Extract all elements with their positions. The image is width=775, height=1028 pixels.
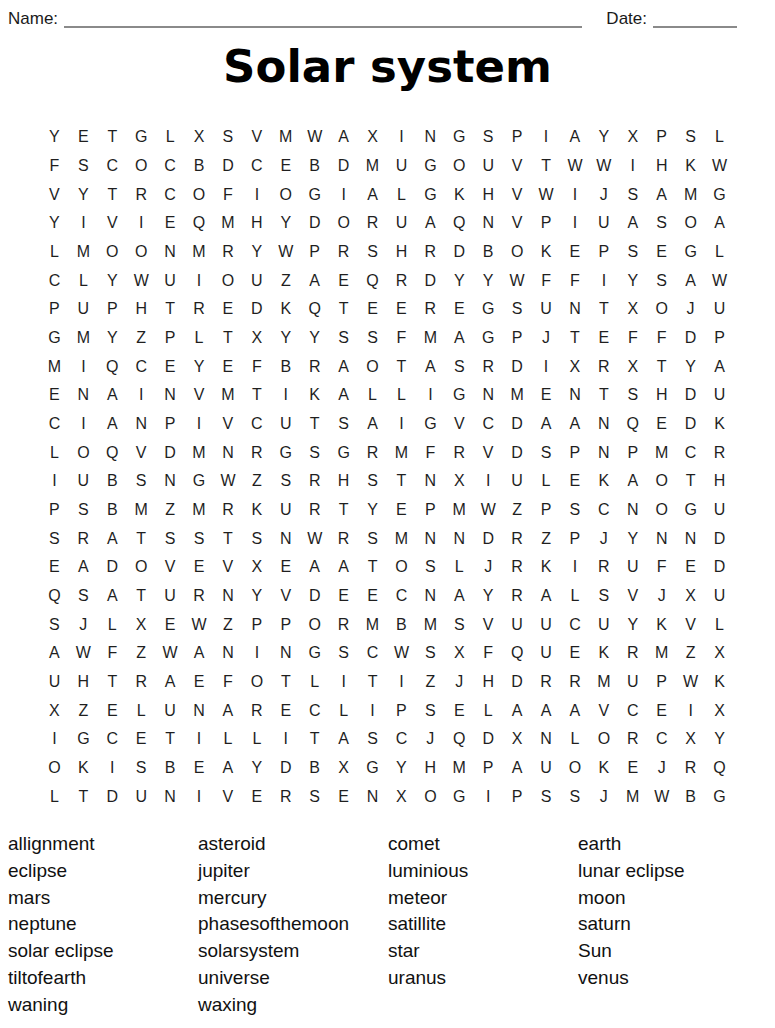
grid-cell-r14c12[interactable]: Y: [358, 496, 387, 525]
grid-cell-r17c8[interactable]: Y: [242, 582, 271, 611]
grid-cell-r22c20[interactable]: O: [589, 725, 618, 754]
grid-cell-r1c8[interactable]: V: [242, 123, 271, 152]
grid-cell-r15c18[interactable]: Z: [532, 524, 561, 553]
grid-cell-r24c8[interactable]: E: [242, 782, 271, 811]
grid-cell-r23c1[interactable]: O: [40, 754, 69, 783]
grid-cell-r6c5[interactable]: U: [156, 266, 185, 295]
grid-cell-r16c8[interactable]: X: [242, 553, 271, 582]
grid-cell-r22c24[interactable]: Y: [705, 725, 734, 754]
grid-cell-r21c24[interactable]: X: [705, 696, 734, 725]
grid-cell-r18c1[interactable]: S: [40, 610, 69, 639]
grid-cell-r10c13[interactable]: L: [387, 381, 416, 410]
grid-cell-r11c4[interactable]: N: [127, 410, 156, 439]
grid-cell-r13c5[interactable]: N: [156, 467, 185, 496]
grid-cell-r3c3[interactable]: T: [98, 180, 127, 209]
grid-cell-r10c23[interactable]: D: [676, 381, 705, 410]
grid-cell-r14c20[interactable]: C: [589, 496, 618, 525]
grid-cell-r24c18[interactable]: S: [532, 782, 561, 811]
grid-cell-r16c18[interactable]: K: [532, 553, 561, 582]
grid-cell-r6c13[interactable]: R: [387, 266, 416, 295]
grid-cell-r13c7[interactable]: W: [213, 467, 242, 496]
grid-cell-r9c14[interactable]: A: [416, 352, 445, 381]
grid-cell-r8c3[interactable]: Y: [98, 324, 127, 353]
grid-cell-r12c14[interactable]: F: [416, 438, 445, 467]
grid-cell-r17c11[interactable]: E: [329, 582, 358, 611]
grid-cell-r3c10[interactable]: G: [300, 180, 329, 209]
grid-cell-r3c19[interactable]: I: [560, 180, 589, 209]
grid-cell-r10c16[interactable]: N: [474, 381, 503, 410]
grid-cell-r18c20[interactable]: U: [589, 610, 618, 639]
grid-cell-r5c16[interactable]: B: [474, 238, 503, 267]
grid-cell-r5c13[interactable]: H: [387, 238, 416, 267]
grid-cell-r23c5[interactable]: B: [156, 754, 185, 783]
grid-cell-r6c20[interactable]: I: [589, 266, 618, 295]
grid-cell-r18c4[interactable]: X: [127, 610, 156, 639]
grid-cell-r4c13[interactable]: U: [387, 209, 416, 238]
grid-cell-r24c23[interactable]: B: [676, 782, 705, 811]
grid-cell-r12c1[interactable]: L: [40, 438, 69, 467]
grid-cell-r13c6[interactable]: G: [185, 467, 214, 496]
grid-cell-r17c17[interactable]: R: [503, 582, 532, 611]
grid-cell-r23c9[interactable]: D: [271, 754, 300, 783]
grid-cell-r3c16[interactable]: H: [474, 180, 503, 209]
grid-cell-r16c15[interactable]: L: [445, 553, 474, 582]
grid-cell-r13c16[interactable]: I: [474, 467, 503, 496]
grid-cell-r3c12[interactable]: A: [358, 180, 387, 209]
grid-cell-r4c2[interactable]: I: [69, 209, 98, 238]
grid-cell-r14c11[interactable]: T: [329, 496, 358, 525]
grid-cell-r10c10[interactable]: K: [300, 381, 329, 410]
grid-cell-r17c3[interactable]: A: [98, 582, 127, 611]
grid-cell-r19c5[interactable]: W: [156, 639, 185, 668]
grid-cell-r10c11[interactable]: A: [329, 381, 358, 410]
grid-cell-r14c15[interactable]: M: [445, 496, 474, 525]
grid-cell-r19c2[interactable]: W: [69, 639, 98, 668]
grid-cell-r10c20[interactable]: T: [589, 381, 618, 410]
grid-cell-r4c5[interactable]: E: [156, 209, 185, 238]
grid-cell-r1c2[interactable]: E: [69, 123, 98, 152]
grid-cell-r11c18[interactable]: A: [532, 410, 561, 439]
grid-cell-r4c17[interactable]: V: [503, 209, 532, 238]
grid-cell-r7c24[interactable]: U: [705, 295, 734, 324]
grid-cell-r13c3[interactable]: B: [98, 467, 127, 496]
grid-cell-r18c21[interactable]: Y: [618, 610, 647, 639]
grid-cell-r16c19[interactable]: I: [560, 553, 589, 582]
grid-cell-r12c18[interactable]: S: [532, 438, 561, 467]
grid-cell-r14c6[interactable]: M: [185, 496, 214, 525]
grid-cell-r17c5[interactable]: U: [156, 582, 185, 611]
grid-cell-r20c21[interactable]: U: [618, 668, 647, 697]
grid-cell-r11c5[interactable]: P: [156, 410, 185, 439]
grid-cell-r12c3[interactable]: Q: [98, 438, 127, 467]
grid-cell-r5c7[interactable]: R: [213, 238, 242, 267]
grid-cell-r13c13[interactable]: T: [387, 467, 416, 496]
grid-cell-r21c17[interactable]: A: [503, 696, 532, 725]
grid-cell-r5c20[interactable]: P: [589, 238, 618, 267]
grid-cell-r22c17[interactable]: X: [503, 725, 532, 754]
grid-cell-r18c13[interactable]: B: [387, 610, 416, 639]
grid-cell-r19c22[interactable]: M: [647, 639, 676, 668]
grid-cell-r24c5[interactable]: N: [156, 782, 185, 811]
grid-cell-r1c17[interactable]: P: [503, 123, 532, 152]
grid-cell-r21c15[interactable]: E: [445, 696, 474, 725]
grid-cell-r4c22[interactable]: S: [647, 209, 676, 238]
grid-cell-r1c3[interactable]: T: [98, 123, 127, 152]
grid-cell-r12c12[interactable]: R: [358, 438, 387, 467]
grid-cell-r17c18[interactable]: A: [532, 582, 561, 611]
grid-cell-r20c11[interactable]: I: [329, 668, 358, 697]
grid-cell-r9c7[interactable]: E: [213, 352, 242, 381]
grid-cell-r1c23[interactable]: S: [676, 123, 705, 152]
grid-cell-r5c18[interactable]: K: [532, 238, 561, 267]
grid-cell-r15c3[interactable]: A: [98, 524, 127, 553]
grid-cell-r6c16[interactable]: Y: [474, 266, 503, 295]
grid-cell-r3c2[interactable]: Y: [69, 180, 98, 209]
grid-cell-r15c8[interactable]: S: [242, 524, 271, 553]
grid-cell-r7c11[interactable]: T: [329, 295, 358, 324]
grid-cell-r3c15[interactable]: K: [445, 180, 474, 209]
grid-cell-r4c3[interactable]: V: [98, 209, 127, 238]
grid-cell-r20c10[interactable]: L: [300, 668, 329, 697]
grid-cell-r22c1[interactable]: I: [40, 725, 69, 754]
grid-cell-r4c10[interactable]: D: [300, 209, 329, 238]
grid-cell-r24c12[interactable]: N: [358, 782, 387, 811]
grid-cell-r17c1[interactable]: Q: [40, 582, 69, 611]
grid-cell-r2c19[interactable]: W: [560, 152, 589, 181]
grid-cell-r21c6[interactable]: N: [185, 696, 214, 725]
grid-cell-r19c7[interactable]: N: [213, 639, 242, 668]
grid-cell-r12c6[interactable]: M: [185, 438, 214, 467]
name-input-line[interactable]: [64, 8, 582, 28]
grid-cell-r19c16[interactable]: F: [474, 639, 503, 668]
grid-cell-r5c11[interactable]: R: [329, 238, 358, 267]
grid-cell-r16c9[interactable]: E: [271, 553, 300, 582]
grid-cell-r21c11[interactable]: L: [329, 696, 358, 725]
grid-cell-r7c4[interactable]: H: [127, 295, 156, 324]
grid-cell-r18c22[interactable]: K: [647, 610, 676, 639]
grid-cell-r12c20[interactable]: N: [589, 438, 618, 467]
grid-cell-r14c13[interactable]: E: [387, 496, 416, 525]
grid-cell-r6c21[interactable]: Y: [618, 266, 647, 295]
grid-cell-r11c21[interactable]: Q: [618, 410, 647, 439]
grid-cell-r1c21[interactable]: X: [618, 123, 647, 152]
grid-cell-r7c5[interactable]: T: [156, 295, 185, 324]
grid-cell-r6c9[interactable]: Z: [271, 266, 300, 295]
grid-cell-r10c3[interactable]: A: [98, 381, 127, 410]
grid-cell-r22c22[interactable]: C: [647, 725, 676, 754]
grid-cell-r6c23[interactable]: A: [676, 266, 705, 295]
grid-cell-r22c3[interactable]: C: [98, 725, 127, 754]
grid-cell-r17c6[interactable]: R: [185, 582, 214, 611]
grid-cell-r16c22[interactable]: F: [647, 553, 676, 582]
grid-cell-r19c18[interactable]: U: [532, 639, 561, 668]
grid-cell-r21c7[interactable]: A: [213, 696, 242, 725]
grid-cell-r13c20[interactable]: K: [589, 467, 618, 496]
grid-cell-r17c16[interactable]: Y: [474, 582, 503, 611]
grid-cell-r22c16[interactable]: D: [474, 725, 503, 754]
grid-cell-r20c15[interactable]: J: [445, 668, 474, 697]
grid-cell-r16c21[interactable]: U: [618, 553, 647, 582]
grid-cell-r7c13[interactable]: E: [387, 295, 416, 324]
grid-cell-r3c1[interactable]: V: [40, 180, 69, 209]
grid-cell-r2c16[interactable]: U: [474, 152, 503, 181]
grid-cell-r23c23[interactable]: R: [676, 754, 705, 783]
grid-cell-r17c19[interactable]: L: [560, 582, 589, 611]
grid-cell-r24c4[interactable]: U: [127, 782, 156, 811]
grid-cell-r24c3[interactable]: D: [98, 782, 127, 811]
grid-cell-r3c8[interactable]: I: [242, 180, 271, 209]
grid-cell-r4c11[interactable]: O: [329, 209, 358, 238]
grid-cell-r7c8[interactable]: D: [242, 295, 271, 324]
grid-cell-r1c20[interactable]: Y: [589, 123, 618, 152]
grid-cell-r18c16[interactable]: V: [474, 610, 503, 639]
grid-cell-r8c15[interactable]: A: [445, 324, 474, 353]
grid-cell-r20c22[interactable]: P: [647, 668, 676, 697]
grid-cell-r2c11[interactable]: D: [329, 152, 358, 181]
grid-cell-r10c4[interactable]: I: [127, 381, 156, 410]
grid-cell-r5c1[interactable]: L: [40, 238, 69, 267]
grid-cell-r11c14[interactable]: G: [416, 410, 445, 439]
grid-cell-r17c10[interactable]: D: [300, 582, 329, 611]
grid-cell-r4c12[interactable]: R: [358, 209, 387, 238]
grid-cell-r6c6[interactable]: I: [185, 266, 214, 295]
grid-cell-r19c3[interactable]: F: [98, 639, 127, 668]
grid-cell-r7c23[interactable]: J: [676, 295, 705, 324]
grid-cell-r11c19[interactable]: A: [560, 410, 589, 439]
grid-cell-r15c4[interactable]: T: [127, 524, 156, 553]
grid-cell-r5c2[interactable]: M: [69, 238, 98, 267]
grid-cell-r2c23[interactable]: K: [676, 152, 705, 181]
grid-cell-r9c13[interactable]: T: [387, 352, 416, 381]
grid-cell-r24c2[interactable]: T: [69, 782, 98, 811]
grid-cell-r21c5[interactable]: U: [156, 696, 185, 725]
grid-cell-r2c6[interactable]: B: [185, 152, 214, 181]
grid-cell-r23c14[interactable]: H: [416, 754, 445, 783]
grid-cell-r2c20[interactable]: W: [589, 152, 618, 181]
grid-cell-r21c23[interactable]: I: [676, 696, 705, 725]
grid-cell-r13c19[interactable]: E: [560, 467, 589, 496]
date-input-line[interactable]: [653, 8, 737, 28]
grid-cell-r14c7[interactable]: R: [213, 496, 242, 525]
grid-cell-r17c24[interactable]: U: [705, 582, 734, 611]
grid-cell-r9c3[interactable]: Q: [98, 352, 127, 381]
grid-cell-r15c21[interactable]: Y: [618, 524, 647, 553]
grid-cell-r17c7[interactable]: N: [213, 582, 242, 611]
grid-cell-r5c6[interactable]: M: [185, 238, 214, 267]
grid-cell-r11c17[interactable]: D: [503, 410, 532, 439]
grid-cell-r22c15[interactable]: Q: [445, 725, 474, 754]
grid-cell-r6c22[interactable]: S: [647, 266, 676, 295]
grid-cell-r1c10[interactable]: W: [300, 123, 329, 152]
grid-cell-r7c15[interactable]: E: [445, 295, 474, 324]
grid-cell-r18c10[interactable]: O: [300, 610, 329, 639]
grid-cell-r12c16[interactable]: V: [474, 438, 503, 467]
grid-cell-r16c2[interactable]: A: [69, 553, 98, 582]
grid-cell-r5c15[interactable]: D: [445, 238, 474, 267]
grid-cell-r18c15[interactable]: S: [445, 610, 474, 639]
grid-cell-r18c24[interactable]: L: [705, 610, 734, 639]
grid-cell-r10c7[interactable]: M: [213, 381, 242, 410]
grid-cell-r5c4[interactable]: O: [127, 238, 156, 267]
grid-cell-r5c19[interactable]: E: [560, 238, 589, 267]
grid-cell-r23c11[interactable]: X: [329, 754, 358, 783]
grid-cell-r20c14[interactable]: Z: [416, 668, 445, 697]
grid-cell-r13c23[interactable]: T: [676, 467, 705, 496]
grid-cell-r19c24[interactable]: X: [705, 639, 734, 668]
grid-cell-r13c21[interactable]: A: [618, 467, 647, 496]
grid-cell-r1c9[interactable]: M: [271, 123, 300, 152]
grid-cell-r15c7[interactable]: T: [213, 524, 242, 553]
grid-cell-r13c24[interactable]: H: [705, 467, 734, 496]
grid-cell-r4c15[interactable]: Q: [445, 209, 474, 238]
grid-cell-r21c22[interactable]: E: [647, 696, 676, 725]
grid-cell-r11c16[interactable]: C: [474, 410, 503, 439]
grid-cell-r9c21[interactable]: X: [618, 352, 647, 381]
grid-cell-r19c15[interactable]: X: [445, 639, 474, 668]
grid-cell-r24c15[interactable]: G: [445, 782, 474, 811]
grid-cell-r19c13[interactable]: W: [387, 639, 416, 668]
grid-cell-r22c7[interactable]: L: [213, 725, 242, 754]
grid-cell-r22c8[interactable]: L: [242, 725, 271, 754]
grid-cell-r7c9[interactable]: K: [271, 295, 300, 324]
grid-cell-r4c16[interactable]: N: [474, 209, 503, 238]
grid-cell-r7c10[interactable]: Q: [300, 295, 329, 324]
grid-cell-r15c5[interactable]: S: [156, 524, 185, 553]
grid-cell-r9c22[interactable]: T: [647, 352, 676, 381]
grid-cell-r14c2[interactable]: S: [69, 496, 98, 525]
grid-cell-r12c15[interactable]: R: [445, 438, 474, 467]
grid-cell-r2c1[interactable]: F: [40, 152, 69, 181]
grid-cell-r9c6[interactable]: Y: [185, 352, 214, 381]
grid-cell-r22c4[interactable]: E: [127, 725, 156, 754]
grid-cell-r14c19[interactable]: S: [560, 496, 589, 525]
grid-cell-r3c6[interactable]: O: [185, 180, 214, 209]
grid-cell-r11c8[interactable]: C: [242, 410, 271, 439]
grid-cell-r23c12[interactable]: G: [358, 754, 387, 783]
grid-cell-r13c17[interactable]: U: [503, 467, 532, 496]
grid-cell-r7c20[interactable]: T: [589, 295, 618, 324]
grid-cell-r5c12[interactable]: S: [358, 238, 387, 267]
grid-cell-r19c21[interactable]: R: [618, 639, 647, 668]
grid-cell-r15c14[interactable]: N: [416, 524, 445, 553]
grid-cell-r6c18[interactable]: F: [532, 266, 561, 295]
grid-cell-r16c4[interactable]: O: [127, 553, 156, 582]
grid-cell-r12c4[interactable]: V: [127, 438, 156, 467]
grid-cell-r22c21[interactable]: R: [618, 725, 647, 754]
grid-cell-r12c10[interactable]: S: [300, 438, 329, 467]
grid-cell-r21c13[interactable]: P: [387, 696, 416, 725]
grid-cell-r19c12[interactable]: C: [358, 639, 387, 668]
grid-cell-r6c4[interactable]: W: [127, 266, 156, 295]
grid-cell-r3c21[interactable]: S: [618, 180, 647, 209]
grid-cell-r23c6[interactable]: E: [185, 754, 214, 783]
grid-cell-r18c23[interactable]: V: [676, 610, 705, 639]
grid-cell-r19c14[interactable]: S: [416, 639, 445, 668]
grid-cell-r23c18[interactable]: U: [532, 754, 561, 783]
grid-cell-r2c4[interactable]: O: [127, 152, 156, 181]
grid-cell-r18c8[interactable]: P: [242, 610, 271, 639]
grid-cell-r20c23[interactable]: W: [676, 668, 705, 697]
grid-cell-r19c6[interactable]: A: [185, 639, 214, 668]
grid-cell-r13c18[interactable]: L: [532, 467, 561, 496]
grid-cell-r8c4[interactable]: Z: [127, 324, 156, 353]
grid-cell-r11c10[interactable]: T: [300, 410, 329, 439]
grid-cell-r16c24[interactable]: D: [705, 553, 734, 582]
grid-cell-r7c21[interactable]: X: [618, 295, 647, 324]
grid-cell-r1c5[interactable]: L: [156, 123, 185, 152]
grid-cell-r16c16[interactable]: J: [474, 553, 503, 582]
grid-cell-r20c24[interactable]: K: [705, 668, 734, 697]
grid-cell-r22c14[interactable]: J: [416, 725, 445, 754]
grid-cell-r16c11[interactable]: A: [329, 553, 358, 582]
grid-cell-r8c18[interactable]: J: [532, 324, 561, 353]
grid-cell-r5c9[interactable]: W: [271, 238, 300, 267]
grid-cell-r20c9[interactable]: T: [271, 668, 300, 697]
grid-cell-r8c20[interactable]: E: [589, 324, 618, 353]
grid-cell-r12c7[interactable]: N: [213, 438, 242, 467]
grid-cell-r21c2[interactable]: Z: [69, 696, 98, 725]
grid-cell-r24c6[interactable]: I: [185, 782, 214, 811]
grid-cell-r12c11[interactable]: G: [329, 438, 358, 467]
grid-cell-r6c14[interactable]: D: [416, 266, 445, 295]
grid-cell-r9c4[interactable]: C: [127, 352, 156, 381]
grid-cell-r24c11[interactable]: E: [329, 782, 358, 811]
grid-cell-r8c17[interactable]: P: [503, 324, 532, 353]
grid-cell-r7c22[interactable]: O: [647, 295, 676, 324]
grid-cell-r18c6[interactable]: W: [185, 610, 214, 639]
grid-cell-r10c1[interactable]: E: [40, 381, 69, 410]
grid-cell-r22c19[interactable]: L: [560, 725, 589, 754]
grid-cell-r12c22[interactable]: M: [647, 438, 676, 467]
grid-cell-r5c17[interactable]: O: [503, 238, 532, 267]
grid-cell-r6c8[interactable]: U: [242, 266, 271, 295]
grid-cell-r20c8[interactable]: O: [242, 668, 271, 697]
grid-cell-r14c21[interactable]: N: [618, 496, 647, 525]
grid-cell-r9c11[interactable]: A: [329, 352, 358, 381]
grid-cell-r20c17[interactable]: D: [503, 668, 532, 697]
grid-cell-r23c19[interactable]: O: [560, 754, 589, 783]
grid-cell-r9c1[interactable]: M: [40, 352, 69, 381]
grid-cell-r13c15[interactable]: X: [445, 467, 474, 496]
grid-cell-r22c18[interactable]: N: [532, 725, 561, 754]
grid-cell-r16c20[interactable]: R: [589, 553, 618, 582]
grid-cell-r18c11[interactable]: R: [329, 610, 358, 639]
grid-cell-r4c20[interactable]: U: [589, 209, 618, 238]
grid-cell-r18c18[interactable]: U: [532, 610, 561, 639]
grid-cell-r2c15[interactable]: O: [445, 152, 474, 181]
grid-cell-r6c15[interactable]: Y: [445, 266, 474, 295]
grid-cell-r1c6[interactable]: X: [185, 123, 214, 152]
grid-cell-r13c22[interactable]: O: [647, 467, 676, 496]
grid-cell-r4c6[interactable]: Q: [185, 209, 214, 238]
grid-cell-r13c14[interactable]: N: [416, 467, 445, 496]
grid-cell-r8c24[interactable]: P: [705, 324, 734, 353]
grid-cell-r15c13[interactable]: M: [387, 524, 416, 553]
grid-cell-r18c2[interactable]: J: [69, 610, 98, 639]
grid-cell-r23c24[interactable]: Q: [705, 754, 734, 783]
grid-cell-r9c10[interactable]: R: [300, 352, 329, 381]
grid-cell-r17c9[interactable]: V: [271, 582, 300, 611]
grid-cell-r7c2[interactable]: U: [69, 295, 98, 324]
grid-cell-r1c1[interactable]: Y: [40, 123, 69, 152]
grid-cell-r4c23[interactable]: O: [676, 209, 705, 238]
grid-cell-r8c16[interactable]: G: [474, 324, 503, 353]
grid-cell-r7c6[interactable]: R: [185, 295, 214, 324]
grid-cell-r15c22[interactable]: N: [647, 524, 676, 553]
grid-cell-r23c8[interactable]: Y: [242, 754, 271, 783]
grid-cell-r2c5[interactable]: C: [156, 152, 185, 181]
grid-cell-r8c14[interactable]: M: [416, 324, 445, 353]
